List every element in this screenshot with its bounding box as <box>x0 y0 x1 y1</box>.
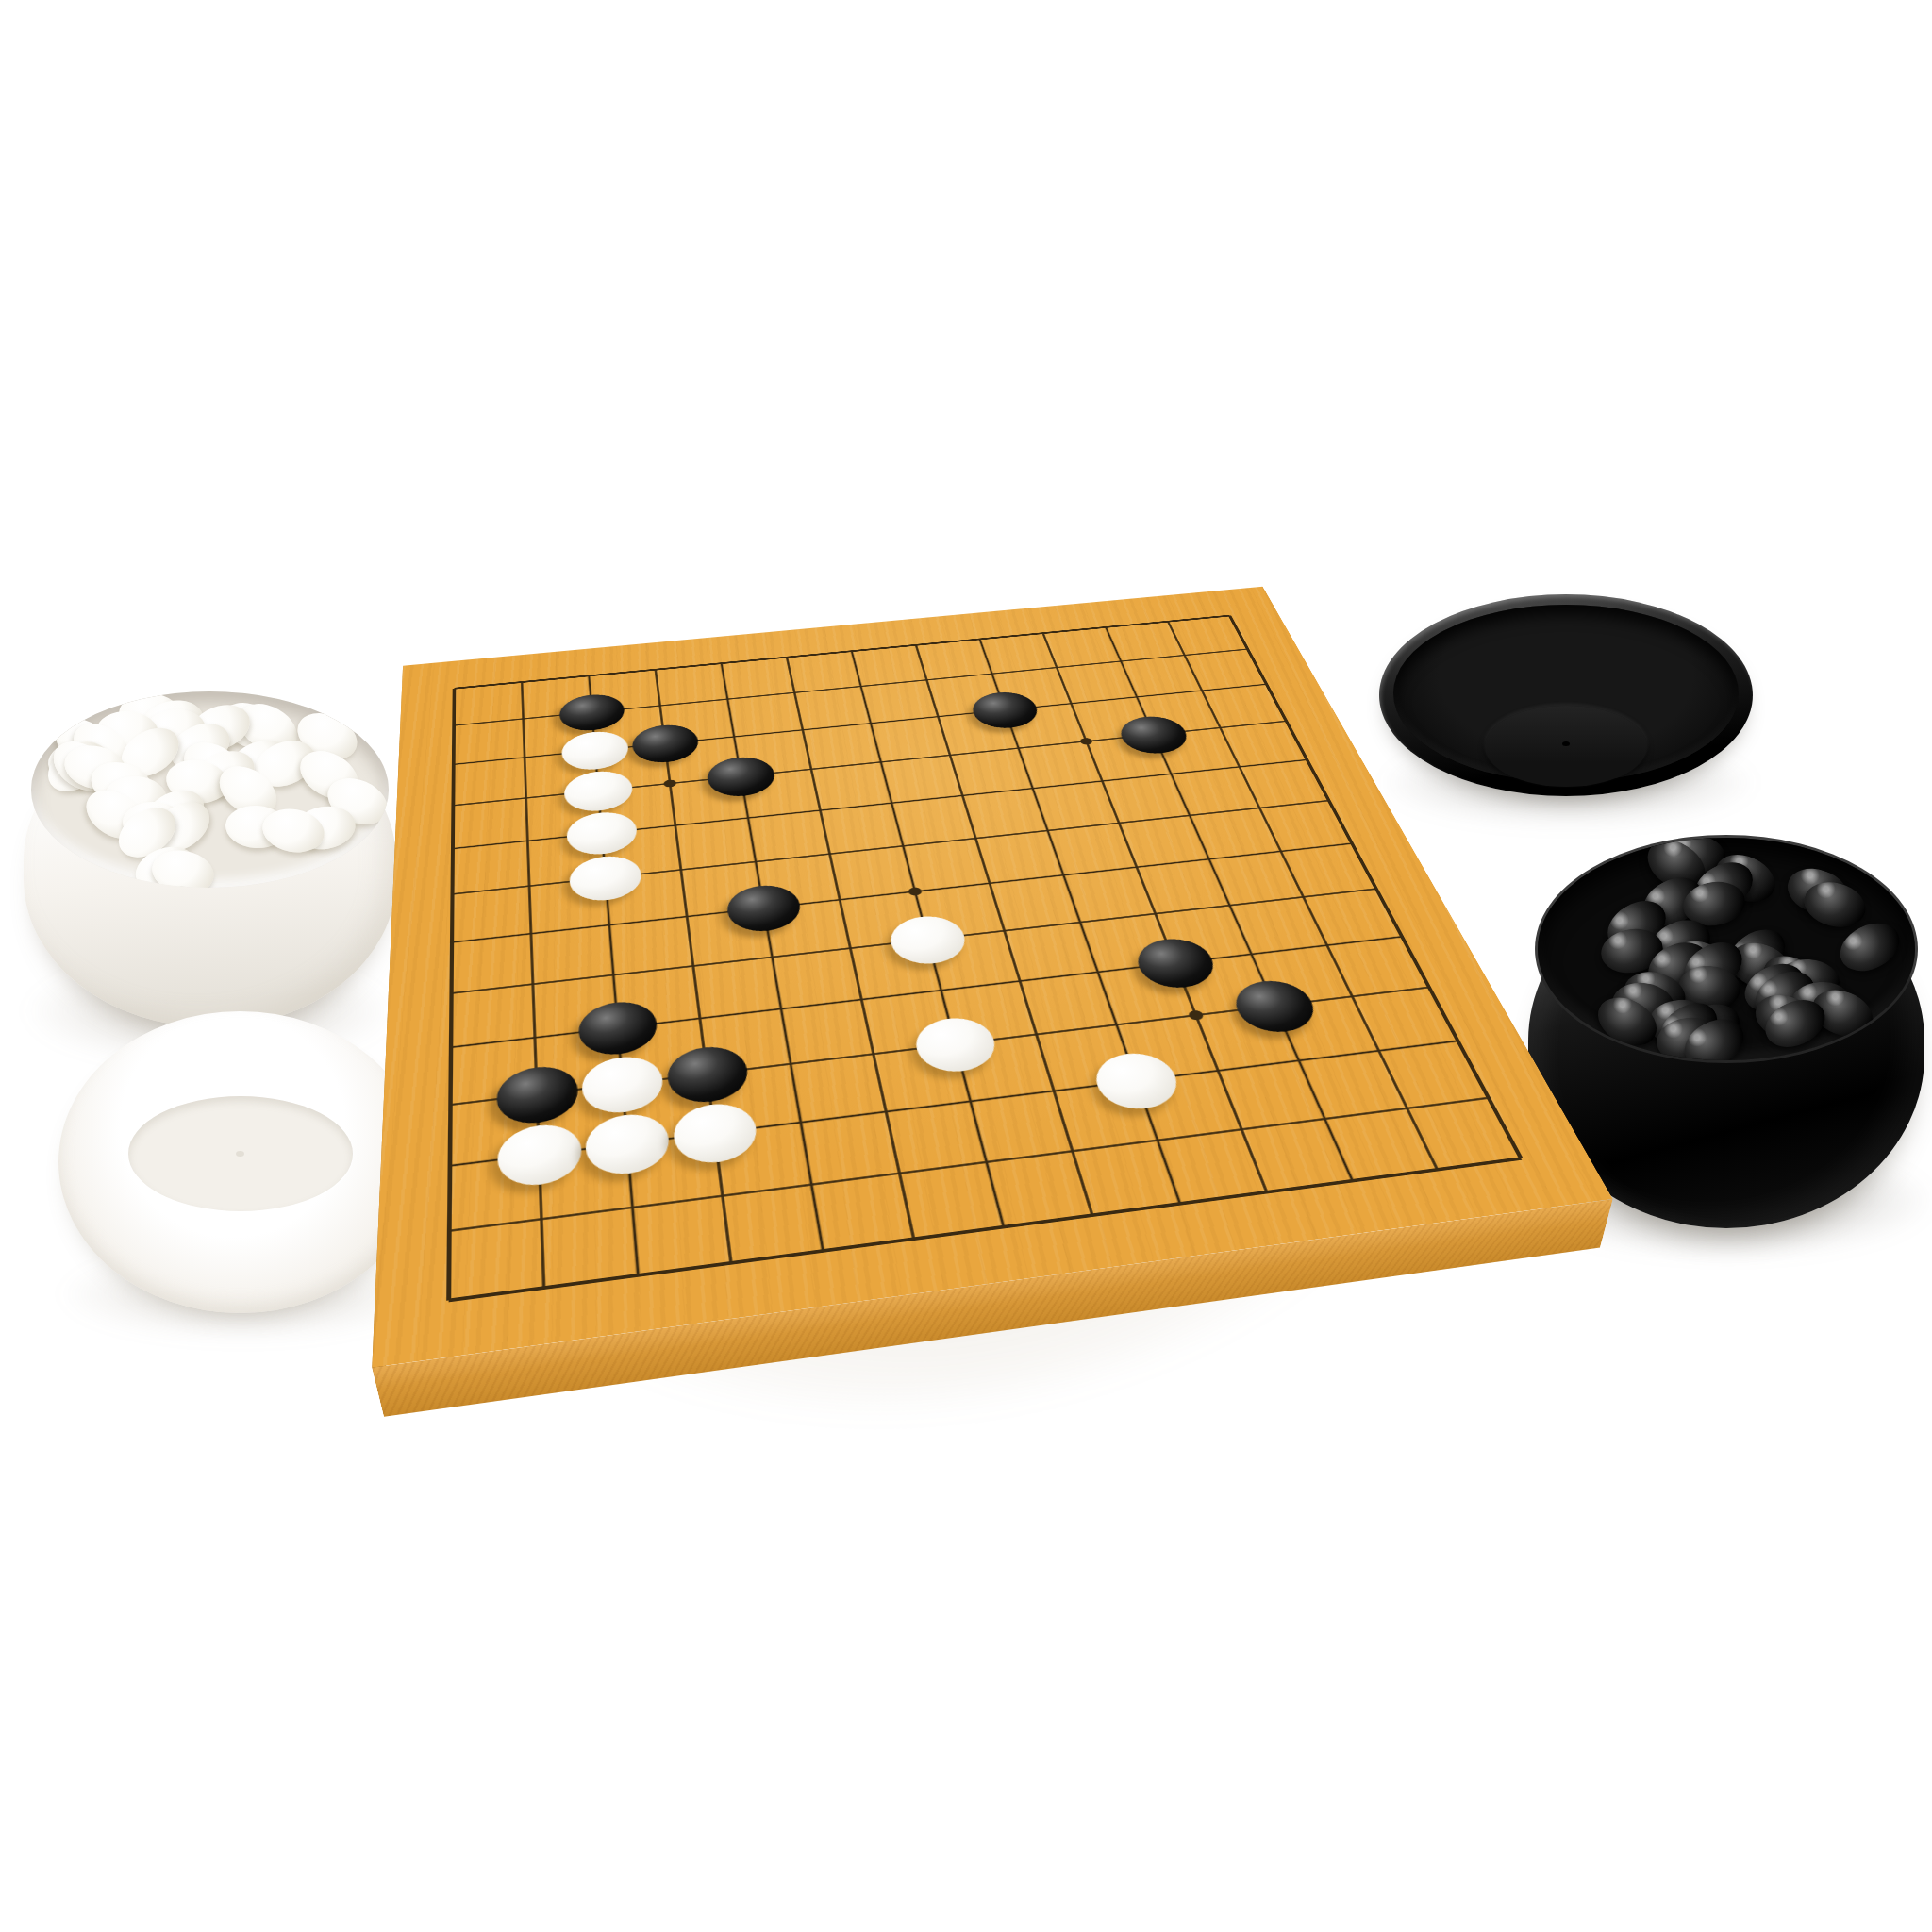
grid-line-horizontal <box>449 1158 1522 1300</box>
grid-line-horizontal <box>452 843 1352 942</box>
white-stone <box>584 1110 672 1179</box>
grid-line-vertical <box>1043 633 1267 1192</box>
go-set-product-photo <box>0 0 1932 1932</box>
black-stone <box>496 1062 579 1127</box>
star-point <box>699 1068 715 1079</box>
grid-line-horizontal <box>451 937 1402 1047</box>
black-stone <box>1227 976 1324 1036</box>
white-stone <box>497 1121 583 1190</box>
board-front-edge <box>372 1199 1612 1417</box>
black-stone-bowl <box>1528 838 1924 1229</box>
grid-line-horizontal <box>450 1041 1458 1165</box>
black-stone <box>724 882 805 935</box>
white-stone <box>1089 1049 1186 1113</box>
white-stone <box>671 1100 760 1168</box>
star-point <box>1079 738 1093 745</box>
grid-line-horizontal <box>453 759 1307 848</box>
white-stone <box>580 1053 665 1117</box>
black-bowl-lid <box>1379 594 1753 796</box>
white-stone <box>560 729 629 773</box>
star-point <box>908 887 923 896</box>
white-stone <box>566 809 639 858</box>
black-lid-center-dimple <box>1562 741 1570 746</box>
grid-line-vertical <box>852 651 1004 1226</box>
white-bowl-lid <box>58 1011 422 1313</box>
grid-line-horizontal <box>454 616 1229 689</box>
board-shadow <box>357 600 1522 1474</box>
white-stone <box>563 768 634 814</box>
white-stone-bowl <box>24 691 396 1033</box>
black-stone <box>630 723 701 766</box>
black-stone <box>705 754 778 799</box>
black-stone <box>664 1042 751 1106</box>
black-stone <box>968 690 1043 731</box>
grid-line-horizontal <box>452 889 1376 993</box>
grid-line-vertical <box>589 675 638 1275</box>
white-bowl-opening <box>31 691 389 888</box>
grid-line-horizontal <box>449 1098 1489 1231</box>
black-stone <box>577 998 659 1058</box>
grid-line-horizontal <box>454 649 1247 725</box>
grid-line-vertical <box>522 682 543 1288</box>
black-lid-center-disc <box>1485 706 1647 787</box>
star-point <box>1187 1009 1205 1021</box>
star-point <box>663 779 676 788</box>
white-stone <box>568 853 643 904</box>
grid-line-vertical <box>656 670 731 1263</box>
grid-line-vertical <box>449 689 455 1301</box>
black-stone <box>1130 935 1222 991</box>
white-lid-center-dot <box>236 1151 244 1157</box>
grid-line-horizontal <box>454 684 1267 764</box>
grid-line-vertical <box>1106 627 1353 1181</box>
grid-line-vertical <box>916 645 1092 1215</box>
grid-line-vertical <box>787 658 914 1240</box>
grid-line-horizontal <box>453 721 1286 805</box>
grid-line-horizontal <box>453 801 1329 894</box>
black-stone <box>1114 713 1193 756</box>
grid-line-vertical <box>980 639 1180 1203</box>
black-stone <box>558 691 626 733</box>
white-stone <box>886 912 971 967</box>
grid-line-vertical <box>722 663 824 1251</box>
grid-line-horizontal <box>451 988 1429 1106</box>
black-bowl-opening <box>1538 838 1915 1060</box>
white-stone <box>910 1014 1001 1075</box>
